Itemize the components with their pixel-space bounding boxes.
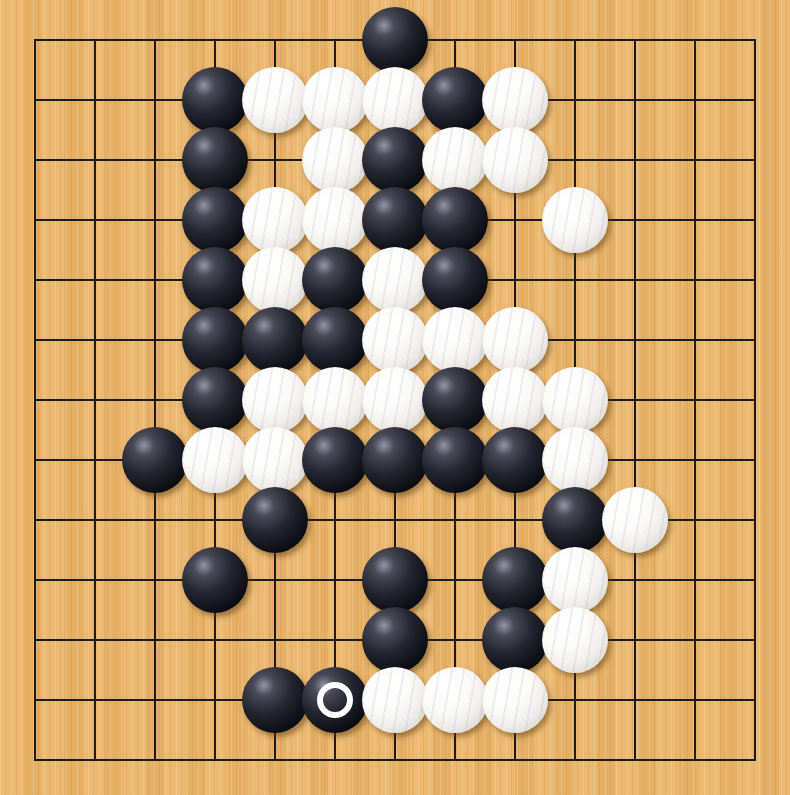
intersection-2-9[interactable]	[125, 550, 185, 610]
intersection-10-8[interactable]	[605, 490, 665, 550]
black-stone	[362, 7, 428, 73]
intersection-5-10[interactable]	[305, 610, 365, 670]
intersection-5-4[interactable]	[305, 250, 365, 310]
intersection-4-2[interactable]	[245, 130, 305, 190]
intersection-3-10[interactable]	[185, 610, 245, 670]
intersection-11-9[interactable]	[665, 550, 725, 610]
intersection-1-11[interactable]	[65, 670, 125, 730]
black-stone	[182, 307, 248, 373]
intersection-5-8[interactable]	[305, 490, 365, 550]
black-stone	[182, 247, 248, 313]
intersection-12-5[interactable]	[725, 310, 785, 370]
intersection-4-6[interactable]	[245, 370, 305, 430]
intersection-4-12[interactable]	[245, 730, 305, 790]
intersection-10-6[interactable]	[605, 370, 665, 430]
intersection-10-1[interactable]	[605, 70, 665, 130]
intersection-6-0[interactable]	[365, 10, 425, 70]
intersection-1-0[interactable]	[65, 10, 125, 70]
intersection-12-7[interactable]	[725, 430, 785, 490]
intersection-0-0[interactable]	[5, 10, 65, 70]
intersection-6-11[interactable]	[365, 670, 425, 730]
white-stone	[182, 427, 248, 493]
intersection-9-1[interactable]	[545, 70, 605, 130]
intersection-1-2[interactable]	[65, 130, 125, 190]
intersection-11-6[interactable]	[665, 370, 725, 430]
black-stone	[362, 187, 428, 253]
black-stone	[242, 667, 308, 733]
intersection-4-11[interactable]	[245, 670, 305, 730]
white-stone	[302, 127, 368, 193]
intersection-5-3[interactable]	[305, 190, 365, 250]
intersection-7-3[interactable]	[425, 190, 485, 250]
intersection-1-5[interactable]	[65, 310, 125, 370]
intersection-9-2[interactable]	[545, 130, 605, 190]
black-stone	[542, 487, 608, 553]
intersection-6-9[interactable]	[365, 550, 425, 610]
white-stone	[542, 547, 608, 613]
intersection-10-12[interactable]	[605, 730, 665, 790]
white-stone	[362, 67, 428, 133]
intersection-11-8[interactable]	[665, 490, 725, 550]
intersection-8-7[interactable]	[485, 430, 545, 490]
intersection-9-7[interactable]	[545, 430, 605, 490]
intersection-12-1[interactable]	[725, 70, 785, 130]
intersection-4-7[interactable]	[245, 430, 305, 490]
intersection-1-10[interactable]	[65, 610, 125, 670]
intersection-5-0[interactable]	[305, 10, 365, 70]
intersection-11-12[interactable]	[665, 730, 725, 790]
intersection-0-5[interactable]	[5, 310, 65, 370]
white-stone	[542, 187, 608, 253]
intersection-2-10[interactable]	[125, 610, 185, 670]
intersection-2-5[interactable]	[125, 310, 185, 370]
intersection-10-0[interactable]	[605, 10, 665, 70]
intersection-9-5[interactable]	[545, 310, 605, 370]
intersection-8-12[interactable]	[485, 730, 545, 790]
black-stone	[242, 307, 308, 373]
intersection-11-4[interactable]	[665, 250, 725, 310]
intersection-3-11[interactable]	[185, 670, 245, 730]
intersection-11-5[interactable]	[665, 310, 725, 370]
last-move-marker	[317, 682, 353, 718]
intersection-12-0[interactable]	[725, 10, 785, 70]
white-stone	[242, 367, 308, 433]
intersection-8-0[interactable]	[485, 10, 545, 70]
black-stone	[362, 427, 428, 493]
intersection-11-1[interactable]	[665, 70, 725, 130]
black-stone	[422, 427, 488, 493]
intersection-7-9[interactable]	[425, 550, 485, 610]
intersection-12-6[interactable]	[725, 370, 785, 430]
intersection-6-1[interactable]	[365, 70, 425, 130]
intersection-8-10[interactable]	[485, 610, 545, 670]
intersection-10-10[interactable]	[605, 610, 665, 670]
intersection-5-9[interactable]	[305, 550, 365, 610]
intersection-0-10[interactable]	[5, 610, 65, 670]
white-stone	[542, 427, 608, 493]
intersection-12-12[interactable]	[725, 730, 785, 790]
intersection-0-8[interactable]	[5, 490, 65, 550]
black-stone	[182, 127, 248, 193]
intersection-6-4[interactable]	[365, 250, 425, 310]
white-stone	[482, 127, 548, 193]
white-stone	[422, 307, 488, 373]
intersection-3-8[interactable]	[185, 490, 245, 550]
intersection-4-0[interactable]	[245, 10, 305, 70]
black-stone	[302, 667, 368, 733]
white-stone	[482, 67, 548, 133]
intersection-9-11[interactable]	[545, 670, 605, 730]
intersection-7-4[interactable]	[425, 250, 485, 310]
intersection-10-5[interactable]	[605, 310, 665, 370]
intersection-4-4[interactable]	[245, 250, 305, 310]
black-stone	[482, 547, 548, 613]
black-stone	[182, 367, 248, 433]
intersection-7-2[interactable]	[425, 130, 485, 190]
intersection-5-2[interactable]	[305, 130, 365, 190]
white-stone	[482, 367, 548, 433]
intersection-0-9[interactable]	[5, 550, 65, 610]
intersection-3-1[interactable]	[185, 70, 245, 130]
black-stone	[302, 427, 368, 493]
intersection-2-1[interactable]	[125, 70, 185, 130]
intersection-4-1[interactable]	[245, 70, 305, 130]
intersection-7-12[interactable]	[425, 730, 485, 790]
intersection-12-2[interactable]	[725, 130, 785, 190]
intersection-12-3[interactable]	[725, 190, 785, 250]
black-stone	[302, 307, 368, 373]
intersection-1-3[interactable]	[65, 190, 125, 250]
intersection-2-0[interactable]	[125, 10, 185, 70]
white-stone	[362, 367, 428, 433]
intersection-1-6[interactable]	[65, 370, 125, 430]
white-stone	[302, 367, 368, 433]
intersection-0-4[interactable]	[5, 250, 65, 310]
intersection-7-10[interactable]	[425, 610, 485, 670]
go-board-screenshot	[0, 0, 790, 795]
black-stone	[422, 67, 488, 133]
intersection-1-7[interactable]	[65, 430, 125, 490]
black-stone	[362, 607, 428, 673]
black-stone	[302, 247, 368, 313]
black-stone	[122, 427, 188, 493]
white-stone	[482, 307, 548, 373]
intersection-9-0[interactable]	[545, 10, 605, 70]
intersection-10-2[interactable]	[605, 130, 665, 190]
intersection-1-8[interactable]	[65, 490, 125, 550]
black-stone	[182, 67, 248, 133]
intersection-8-5[interactable]	[485, 310, 545, 370]
intersection-9-9[interactable]	[545, 550, 605, 610]
intersection-0-12[interactable]	[5, 730, 65, 790]
black-stone	[422, 367, 488, 433]
intersection-2-6[interactable]	[125, 370, 185, 430]
white-stone	[602, 487, 668, 553]
intersection-6-5[interactable]	[365, 310, 425, 370]
intersection-12-8[interactable]	[725, 490, 785, 550]
intersection-10-7[interactable]	[605, 430, 665, 490]
intersection-9-12[interactable]	[545, 730, 605, 790]
intersection-7-5[interactable]	[425, 310, 485, 370]
intersection-3-0[interactable]	[185, 10, 245, 70]
intersection-8-2[interactable]	[485, 130, 545, 190]
intersection-5-6[interactable]	[305, 370, 365, 430]
black-stone	[482, 427, 548, 493]
intersection-11-3[interactable]	[665, 190, 725, 250]
white-stone	[482, 667, 548, 733]
intersection-2-3[interactable]	[125, 190, 185, 250]
intersection-9-4[interactable]	[545, 250, 605, 310]
intersection-1-12[interactable]	[65, 730, 125, 790]
intersection-0-1[interactable]	[5, 70, 65, 130]
intersection-9-3[interactable]	[545, 190, 605, 250]
white-stone	[362, 307, 428, 373]
white-stone	[542, 367, 608, 433]
intersection-5-11[interactable]	[305, 670, 365, 730]
intersection-2-11[interactable]	[125, 670, 185, 730]
white-stone	[242, 187, 308, 253]
intersection-11-11[interactable]	[665, 670, 725, 730]
intersection-6-8[interactable]	[365, 490, 425, 550]
intersection-3-4[interactable]	[185, 250, 245, 310]
intersection-8-3[interactable]	[485, 190, 545, 250]
intersection-0-6[interactable]	[5, 370, 65, 430]
intersection-3-12[interactable]	[185, 730, 245, 790]
intersection-7-0[interactable]	[425, 10, 485, 70]
intersection-6-3[interactable]	[365, 190, 425, 250]
intersection-0-7[interactable]	[5, 430, 65, 490]
black-stone	[362, 547, 428, 613]
black-stone	[422, 187, 488, 253]
intersection-10-9[interactable]	[605, 550, 665, 610]
black-stone	[422, 247, 488, 313]
intersection-3-9[interactable]	[185, 550, 245, 610]
intersection-9-8[interactable]	[545, 490, 605, 550]
white-stone	[302, 187, 368, 253]
white-stone	[422, 667, 488, 733]
intersection-1-4[interactable]	[65, 250, 125, 310]
intersection-11-2[interactable]	[665, 130, 725, 190]
intersection-4-5[interactable]	[245, 310, 305, 370]
white-stone	[302, 67, 368, 133]
intersection-7-8[interactable]	[425, 490, 485, 550]
black-stone	[482, 607, 548, 673]
intersection-2-8[interactable]	[125, 490, 185, 550]
white-stone	[242, 67, 308, 133]
intersection-3-5[interactable]	[185, 310, 245, 370]
intersection-8-11[interactable]	[485, 670, 545, 730]
white-stone	[362, 247, 428, 313]
intersection-6-7[interactable]	[365, 430, 425, 490]
intersection-7-6[interactable]	[425, 370, 485, 430]
black-stone	[182, 187, 248, 253]
black-stone	[362, 127, 428, 193]
intersection-7-7[interactable]	[425, 430, 485, 490]
intersection-12-9[interactable]	[725, 550, 785, 610]
intersection-6-6[interactable]	[365, 370, 425, 430]
intersection-2-4[interactable]	[125, 250, 185, 310]
intersection-1-9[interactable]	[65, 550, 125, 610]
intersection-1-1[interactable]	[65, 70, 125, 130]
intersection-5-7[interactable]	[305, 430, 365, 490]
intersection-8-6[interactable]	[485, 370, 545, 430]
intersection-9-6[interactable]	[545, 370, 605, 430]
black-stone	[182, 547, 248, 613]
intersection-8-1[interactable]	[485, 70, 545, 130]
intersection-8-9[interactable]	[485, 550, 545, 610]
intersection-6-12[interactable]	[365, 730, 425, 790]
white-stone	[242, 427, 308, 493]
intersection-10-11[interactable]	[605, 670, 665, 730]
intersection-4-9[interactable]	[245, 550, 305, 610]
intersection-9-10[interactable]	[545, 610, 605, 670]
intersection-12-4[interactable]	[725, 250, 785, 310]
intersection-2-7[interactable]	[125, 430, 185, 490]
intersection-8-8[interactable]	[485, 490, 545, 550]
intersection-11-0[interactable]	[665, 10, 725, 70]
intersection-6-10[interactable]	[365, 610, 425, 670]
intersection-11-7[interactable]	[665, 430, 725, 490]
intersection-2-12[interactable]	[125, 730, 185, 790]
intersection-3-6[interactable]	[185, 370, 245, 430]
intersection-4-8[interactable]	[245, 490, 305, 550]
intersection-4-10[interactable]	[245, 610, 305, 670]
intersection-3-2[interactable]	[185, 130, 245, 190]
white-stone	[242, 247, 308, 313]
intersection-5-12[interactable]	[305, 730, 365, 790]
intersection-12-11[interactable]	[725, 670, 785, 730]
intersection-10-3[interactable]	[605, 190, 665, 250]
white-stone	[542, 607, 608, 673]
intersection-4-3[interactable]	[245, 190, 305, 250]
intersection-10-4[interactable]	[605, 250, 665, 310]
black-stone	[242, 487, 308, 553]
intersection-0-3[interactable]	[5, 190, 65, 250]
white-stone	[422, 127, 488, 193]
intersection-7-1[interactable]	[425, 70, 485, 130]
intersection-12-10[interactable]	[725, 610, 785, 670]
intersection-3-3[interactable]	[185, 190, 245, 250]
intersection-2-2[interactable]	[125, 130, 185, 190]
intersection-0-11[interactable]	[5, 670, 65, 730]
go-board	[5, 10, 785, 790]
intersection-7-11[interactable]	[425, 670, 485, 730]
intersection-5-5[interactable]	[305, 310, 365, 370]
white-stone	[362, 667, 428, 733]
intersection-6-2[interactable]	[365, 130, 425, 190]
intersection-5-1[interactable]	[305, 70, 365, 130]
intersection-0-2[interactable]	[5, 130, 65, 190]
intersection-11-10[interactable]	[665, 610, 725, 670]
intersection-3-7[interactable]	[185, 430, 245, 490]
intersection-8-4[interactable]	[485, 250, 545, 310]
